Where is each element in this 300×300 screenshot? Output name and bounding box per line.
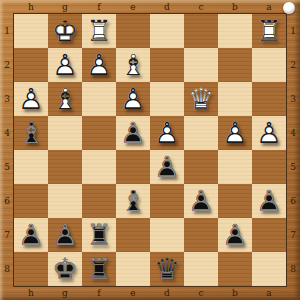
white-pawn-b4[interactable]: ♟♙: [218, 116, 252, 150]
square-d1[interactable]: [150, 14, 184, 48]
file-label-top-f: f: [82, 0, 116, 14]
rank-label-right-5: 5: [286, 150, 300, 184]
file-label-top-a: a: [252, 0, 286, 14]
white-bishop-g3[interactable]: ♝♗: [48, 82, 82, 116]
black-rook-f7[interactable]: ♜♖: [82, 218, 116, 252]
rank-label-right-3: 3: [286, 82, 300, 116]
square-a5[interactable]: [252, 150, 286, 184]
square-e5[interactable]: [116, 150, 150, 184]
white-pawn-h3[interactable]: ♟♙: [14, 82, 48, 116]
black-pawn-d5[interactable]: ♟♙: [150, 150, 184, 184]
square-f3[interactable]: [82, 82, 116, 116]
black-pawn-h7[interactable]: ♟♙: [14, 218, 48, 252]
square-h7[interactable]: ♟♙: [14, 218, 48, 252]
square-g5[interactable]: [48, 150, 82, 184]
square-c4[interactable]: [184, 116, 218, 150]
square-d4[interactable]: ♟♙: [150, 116, 184, 150]
square-a7[interactable]: [252, 218, 286, 252]
square-h8[interactable]: [14, 252, 48, 286]
file-label-top-h: h: [14, 0, 48, 14]
square-h1[interactable]: [14, 14, 48, 48]
square-c2[interactable]: [184, 48, 218, 82]
square-f6[interactable]: [82, 184, 116, 218]
square-g2[interactable]: ♟♙: [48, 48, 82, 82]
square-d5[interactable]: ♟♙: [150, 150, 184, 184]
square-d2[interactable]: [150, 48, 184, 82]
black-rook-f8[interactable]: ♜♖: [82, 252, 116, 286]
square-e1[interactable]: [116, 14, 150, 48]
square-b6[interactable]: [218, 184, 252, 218]
chessboard: hgfedcba hgfedcba 12345678 12345678 ♚♔♜♖…: [0, 0, 300, 300]
square-g3[interactable]: ♝♗: [48, 82, 82, 116]
file-label-top-c: c: [184, 0, 218, 14]
square-d3[interactable]: [150, 82, 184, 116]
black-bishop-e6[interactable]: ♝♗: [116, 184, 150, 218]
file-label-top-b: b: [218, 0, 252, 14]
square-a2[interactable]: [252, 48, 286, 82]
square-c8[interactable]: [184, 252, 218, 286]
white-rook-a1[interactable]: ♜♖: [252, 14, 286, 48]
rank-label-right-8: 8: [286, 252, 300, 286]
square-b8[interactable]: [218, 252, 252, 286]
file-label-top-d: d: [150, 0, 184, 14]
file-label-bottom-e: e: [116, 286, 150, 300]
file-label-bottom-b: b: [218, 286, 252, 300]
rank-label-left-3: 3: [0, 82, 14, 116]
black-pawn-b7[interactable]: ♟♙: [218, 218, 252, 252]
white-pawn-g2[interactable]: ♟♙: [48, 48, 82, 82]
square-b4[interactable]: ♟♙: [218, 116, 252, 150]
file-label-bottom-g: g: [48, 286, 82, 300]
square-a6[interactable]: ♟♙: [252, 184, 286, 218]
rank-label-right-1: 1: [286, 14, 300, 48]
black-bishop-h4[interactable]: ♝♗: [14, 116, 48, 150]
rank-label-left-5: 5: [0, 150, 14, 184]
white-king-g1[interactable]: ♚♔: [48, 14, 82, 48]
rank-label-right-6: 6: [286, 184, 300, 218]
white-pawn-a4[interactable]: ♟♙: [252, 116, 286, 150]
file-label-bottom-f: f: [82, 286, 116, 300]
square-b7[interactable]: ♟♙: [218, 218, 252, 252]
square-c6[interactable]: ♟♙: [184, 184, 218, 218]
square-c5[interactable]: [184, 150, 218, 184]
square-g8[interactable]: ♚♔: [48, 252, 82, 286]
square-g7[interactable]: ♟♙: [48, 218, 82, 252]
rank-label-left-7: 7: [0, 218, 14, 252]
square-e3[interactable]: ♟♙: [116, 82, 150, 116]
square-c1[interactable]: [184, 14, 218, 48]
board-grid: ♚♔♜♖♜♖♟♙♟♙♝♗♟♙♝♗♟♙♛♕♝♗♟♙♟♙♟♙♟♙♟♙♝♗♟♙♟♙♟♙…: [14, 14, 286, 286]
square-g6[interactable]: [48, 184, 82, 218]
square-h4[interactable]: ♝♗: [14, 116, 48, 150]
square-f8[interactable]: ♜♖: [82, 252, 116, 286]
square-e7[interactable]: [116, 218, 150, 252]
square-a3[interactable]: [252, 82, 286, 116]
square-d7[interactable]: [150, 218, 184, 252]
square-h3[interactable]: ♟♙: [14, 82, 48, 116]
square-h5[interactable]: [14, 150, 48, 184]
square-f1[interactable]: ♜♖: [82, 14, 116, 48]
square-b2[interactable]: [218, 48, 252, 82]
square-a8[interactable]: [252, 252, 286, 286]
square-e6[interactable]: ♝♗: [116, 184, 150, 218]
white-rook-f1[interactable]: ♜♖: [82, 14, 116, 48]
rank-label-left-1: 1: [0, 14, 14, 48]
file-label-top-e: e: [116, 0, 150, 14]
rank-labels-left: 12345678: [0, 14, 14, 286]
square-f2[interactable]: ♟♙: [82, 48, 116, 82]
square-b3[interactable]: [218, 82, 252, 116]
rank-labels-right: 12345678: [286, 14, 300, 286]
rank-label-right-2: 2: [286, 48, 300, 82]
rank-label-right-4: 4: [286, 116, 300, 150]
square-e8[interactable]: [116, 252, 150, 286]
square-d8[interactable]: ♛♕: [150, 252, 184, 286]
file-label-bottom-h: h: [14, 286, 48, 300]
rank-label-left-2: 2: [0, 48, 14, 82]
black-pawn-g7[interactable]: ♟♙: [48, 218, 82, 252]
white-pawn-e3[interactable]: ♟♙: [116, 82, 150, 116]
square-b1[interactable]: [218, 14, 252, 48]
white-bishop-e2[interactable]: ♝♗: [116, 48, 150, 82]
file-labels-bottom: hgfedcba: [14, 286, 286, 300]
rank-label-left-8: 8: [0, 252, 14, 286]
square-d6[interactable]: [150, 184, 184, 218]
square-e2[interactable]: ♝♗: [116, 48, 150, 82]
rank-label-left-6: 6: [0, 184, 14, 218]
square-c3[interactable]: ♛♕: [184, 82, 218, 116]
black-pawn-c6[interactable]: ♟♙: [184, 184, 218, 218]
square-g4[interactable]: [48, 116, 82, 150]
square-a1[interactable]: ♜♖: [252, 14, 286, 48]
square-f7[interactable]: ♜♖: [82, 218, 116, 252]
rank-label-left-4: 4: [0, 116, 14, 150]
file-label-bottom-a: a: [252, 286, 286, 300]
file-label-top-g: g: [48, 0, 82, 14]
file-labels-top: hgfedcba: [14, 0, 286, 14]
black-king-g8[interactable]: ♚♔: [48, 252, 82, 286]
white-queen-c3[interactable]: ♛♕: [184, 82, 218, 116]
square-b5[interactable]: [218, 150, 252, 184]
square-g1[interactable]: ♚♔: [48, 14, 82, 48]
white-pawn-f2[interactable]: ♟♙: [82, 48, 116, 82]
white-to-move-indicator: [283, 2, 295, 14]
square-h2[interactable]: [14, 48, 48, 82]
square-f5[interactable]: [82, 150, 116, 184]
black-pawn-a6[interactable]: ♟♙: [252, 184, 286, 218]
black-pawn-e4[interactable]: ♟♙: [116, 116, 150, 150]
file-label-bottom-c: c: [184, 286, 218, 300]
square-a4[interactable]: ♟♙: [252, 116, 286, 150]
square-e4[interactable]: ♟♙: [116, 116, 150, 150]
square-c7[interactable]: [184, 218, 218, 252]
rank-label-right-7: 7: [286, 218, 300, 252]
file-label-bottom-d: d: [150, 286, 184, 300]
square-f4[interactable]: [82, 116, 116, 150]
black-queen-d8[interactable]: ♛♕: [150, 252, 184, 286]
white-pawn-d4[interactable]: ♟♙: [150, 116, 184, 150]
square-h6[interactable]: [14, 184, 48, 218]
